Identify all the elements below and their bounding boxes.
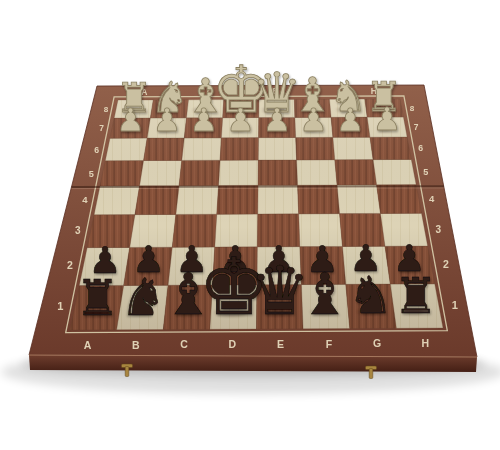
rank-label-right-6: 6 [418,143,423,153]
rank-label-left-5: 5 [89,169,94,179]
file-label-bottom-e: E [277,338,284,350]
fold-seam [72,186,444,187]
rank-label-left-2: 2 [67,259,73,271]
piece-white-pawn-h7: ♟ [373,100,402,137]
rank-label-left-1: 1 [57,300,63,312]
file-label-bottom-c: C [180,338,188,350]
file-label-bottom-g: G [373,337,381,349]
file-label-bottom-b: B [132,339,140,351]
rank-label-left-7: 7 [99,123,104,133]
file-label-bottom-a: A [84,339,92,351]
chess-board-photo-canvas: ABCDEFGHABCDEFGH1234567812345678♜♞♝♚♛♝♞♜… [0,0,500,450]
rank-label-right-5: 5 [423,167,428,177]
piece-black-rook-a1: ♜ [75,269,119,327]
file-label-bottom-h: H [422,337,430,349]
board-front-face [29,355,477,372]
file-label-bottom-f: F [326,338,333,350]
rank-label-right-4: 4 [429,193,435,204]
piece-black-bishop-f1: ♝ [299,261,350,328]
rank-label-left-6: 6 [94,145,99,155]
piece-white-pawn-e7: ♟ [263,101,292,138]
rank-label-right-7: 7 [414,122,419,132]
latch-tongue [369,369,373,379]
rank-label-right-8: 8 [410,104,415,113]
piece-black-knight-b1: ♞ [120,267,166,327]
rank-label-right-2: 2 [443,258,449,270]
piece-white-pawn-b7: ♟ [153,101,182,138]
piece-black-rook-h1: ♜ [394,267,438,325]
rank-label-left-3: 3 [75,225,81,236]
chess-set-product-photo: ABCDEFGHABCDEFGH1234567812345678♜♞♝♚♛♝♞♜… [0,0,500,450]
fold-seam-highlight [72,188,444,189]
piece-white-pawn-c7: ♟ [190,101,219,138]
rank-label-right-1: 1 [452,299,458,311]
piece-black-knight-g1: ♞ [347,265,393,325]
piece-white-pawn-f7: ♟ [299,101,328,138]
latch-tongue [125,367,129,377]
file-label-bottom-d: D [229,338,237,350]
piece-white-pawn-g7: ♟ [336,101,365,138]
piece-white-pawn-d7: ♟ [226,101,255,138]
piece-white-pawn-a7: ♟ [116,101,145,138]
rank-label-left-8: 8 [104,105,109,114]
rank-label-right-3: 3 [436,224,442,235]
rank-label-left-4: 4 [82,194,88,205]
